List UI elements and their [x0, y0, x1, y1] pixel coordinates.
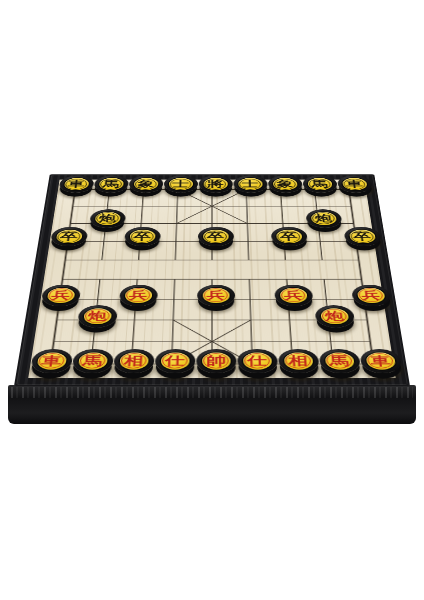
piece-glyph: 仕 — [247, 355, 267, 367]
point-8-9[interactable]: 車 — [359, 355, 404, 378]
piece-face: 卒 — [203, 230, 228, 244]
piece-glyph: 帥 — [206, 355, 226, 367]
piece-face: 車 — [342, 178, 368, 190]
point-6-3[interactable]: 卒 — [270, 232, 308, 251]
piece-black-advisor[interactable]: 士 — [163, 175, 197, 192]
piece-black-soldier[interactable]: 卒 — [197, 227, 233, 246]
piece-glyph: 車 — [345, 180, 363, 188]
piece-black-elephant[interactable]: 象 — [267, 175, 302, 192]
point-0-6[interactable]: 兵 — [39, 290, 81, 311]
piece-glyph: 炮 — [314, 214, 332, 223]
piece-black-soldier[interactable]: 卒 — [123, 227, 160, 246]
piece-face: 炮 — [320, 308, 349, 324]
piece-face: 卒 — [349, 230, 376, 244]
piece-face: 炮 — [83, 308, 112, 324]
piece-glyph: 將 — [207, 180, 224, 188]
piece-face: 炮 — [94, 212, 120, 225]
point-4-3[interactable]: 卒 — [197, 232, 234, 251]
piece-black-elephant[interactable]: 象 — [128, 175, 163, 192]
piece-glyph: 象 — [137, 180, 154, 188]
piece-red-general[interactable]: 帥 — [196, 349, 237, 373]
piece-face: 兵 — [356, 288, 385, 303]
point-4-9[interactable]: 帥 — [195, 355, 237, 378]
point-1-0[interactable]: 馬 — [92, 180, 129, 197]
piece-black-soldier[interactable]: 卒 — [49, 227, 87, 246]
piece-face: 象 — [272, 178, 297, 190]
piece-face: 兵 — [124, 288, 152, 303]
point-6-0[interactable]: 象 — [267, 180, 303, 197]
piece-red-horse[interactable]: 馬 — [71, 349, 114, 373]
base-meander-carving — [11, 387, 413, 398]
piece-glyph: 卒 — [280, 232, 298, 241]
piece-face: 相 — [119, 352, 149, 369]
piece-face: 帥 — [202, 352, 231, 369]
piece-face: 兵 — [279, 288, 307, 303]
piece-glyph: 相 — [288, 355, 308, 367]
point-7-2[interactable]: 炮 — [305, 214, 343, 232]
piece-glyph: 馬 — [311, 180, 328, 188]
point-0-0[interactable]: 車 — [57, 180, 94, 197]
piece-face: 卒 — [55, 230, 82, 244]
point-0-3[interactable]: 卒 — [48, 232, 87, 251]
piece-glyph: 車 — [67, 180, 85, 188]
xiangqi-board[interactable]: 車馬象士將士象馬車炮炮卒卒卒卒卒兵兵兵兵兵炮炮車馬相仕帥仕相馬車 — [14, 174, 410, 386]
piece-face: 炮 — [310, 212, 336, 225]
point-6-9[interactable]: 相 — [277, 355, 320, 378]
piece-glyph: 兵 — [51, 290, 71, 300]
piece-glyph: 卒 — [207, 232, 225, 241]
piece-glyph: 炮 — [98, 214, 116, 223]
piece-glyph: 馬 — [82, 355, 103, 367]
piece-black-cannon[interactable]: 炮 — [305, 209, 342, 228]
point-4-6[interactable]: 兵 — [196, 290, 235, 311]
piece-face: 卒 — [276, 230, 302, 244]
piece-face: 馬 — [307, 178, 332, 190]
product-photo-scene: 車馬象士將士象馬車炮炮卒卒卒卒卒兵兵兵兵兵炮炮車馬相仕帥仕相馬車 — [0, 0, 424, 600]
point-1-7[interactable]: 炮 — [76, 310, 118, 332]
piece-red-cannon[interactable]: 炮 — [77, 305, 118, 327]
piece-face: 兵 — [202, 288, 229, 303]
piece-black-chariot[interactable]: 車 — [336, 175, 372, 192]
piece-face: 士 — [238, 178, 262, 190]
piece-black-advisor[interactable]: 士 — [233, 175, 268, 192]
piece-glyph: 馬 — [102, 180, 119, 188]
piece-red-horse[interactable]: 馬 — [318, 349, 361, 373]
point-2-0[interactable]: 象 — [127, 180, 163, 197]
point-8-0[interactable]: 車 — [336, 180, 373, 197]
piece-black-cannon[interactable]: 炮 — [89, 209, 126, 228]
point-8-6[interactable]: 兵 — [351, 290, 393, 311]
piece-glyph: 卒 — [353, 232, 372, 241]
piece-face: 將 — [203, 178, 227, 190]
piece-black-chariot[interactable]: 車 — [58, 175, 94, 192]
point-7-7[interactable]: 炮 — [314, 310, 356, 332]
piece-glyph: 車 — [41, 355, 62, 367]
piece-black-general[interactable]: 將 — [198, 175, 232, 192]
point-3-9[interactable]: 仕 — [153, 355, 195, 378]
point-3-0[interactable]: 士 — [163, 180, 198, 197]
piece-glyph: 炮 — [324, 311, 344, 322]
point-1-2[interactable]: 炮 — [88, 214, 126, 232]
piece-face: 車 — [36, 352, 67, 369]
point-2-3[interactable]: 卒 — [123, 232, 161, 251]
point-5-0[interactable]: 士 — [233, 180, 269, 197]
piece-glyph: 車 — [370, 355, 391, 367]
point-4-0[interactable]: 將 — [198, 180, 233, 197]
piece-glyph: 馬 — [329, 355, 350, 367]
piece-face: 馬 — [324, 352, 354, 369]
piece-glyph: 兵 — [129, 290, 148, 300]
piece-face: 士 — [168, 178, 192, 190]
piece-red-soldier[interactable]: 兵 — [40, 285, 81, 306]
piece-glyph: 仕 — [165, 355, 185, 367]
piece-glyph: 炮 — [87, 311, 107, 322]
piece-red-elephant[interactable]: 相 — [113, 349, 155, 373]
piece-face: 卒 — [129, 230, 155, 244]
piece-red-elephant[interactable]: 相 — [277, 349, 319, 373]
piece-glyph: 卒 — [133, 232, 151, 241]
piece-black-soldier[interactable]: 卒 — [270, 227, 307, 246]
point-6-6[interactable]: 兵 — [273, 290, 313, 311]
piece-glyph: 相 — [124, 355, 144, 367]
piece-face: 馬 — [98, 178, 123, 190]
pieces-layer: 車馬象士將士象馬車炮炮卒卒卒卒卒兵兵兵兵兵炮炮車馬相仕帥仕相馬車 — [28, 180, 395, 378]
piece-red-soldier[interactable]: 兵 — [274, 285, 313, 306]
piece-glyph: 卒 — [60, 232, 79, 241]
point-5-9[interactable]: 仕 — [236, 355, 278, 378]
piece-face: 兵 — [46, 288, 75, 303]
piece-glyph: 士 — [242, 180, 259, 188]
piece-glyph: 兵 — [361, 290, 381, 300]
point-8-3[interactable]: 卒 — [343, 232, 383, 251]
piece-face: 仕 — [243, 352, 272, 369]
point-2-9[interactable]: 相 — [112, 355, 155, 378]
piece-black-horse[interactable]: 馬 — [93, 175, 129, 192]
piece-glyph: 兵 — [284, 290, 303, 300]
piece-face: 象 — [133, 178, 158, 190]
piece-glyph: 士 — [172, 180, 189, 188]
point-1-9[interactable]: 馬 — [70, 355, 114, 378]
piece-black-horse[interactable]: 馬 — [302, 175, 338, 192]
piece-face: 馬 — [77, 352, 107, 369]
point-0-9[interactable]: 車 — [28, 355, 73, 378]
piece-glyph: 兵 — [206, 290, 225, 300]
board-case-base — [8, 385, 416, 424]
piece-face: 相 — [283, 352, 313, 369]
piece-red-cannon[interactable]: 炮 — [314, 305, 355, 327]
piece-red-advisor[interactable]: 仕 — [154, 349, 195, 373]
piece-face: 車 — [63, 178, 89, 190]
board-surface[interactable]: 車馬象士將士象馬車炮炮卒卒卒卒卒兵兵兵兵兵炮炮車馬相仕帥仕相馬車 — [28, 180, 395, 378]
point-7-0[interactable]: 馬 — [302, 180, 339, 197]
point-7-9[interactable]: 馬 — [318, 355, 362, 378]
piece-red-soldier[interactable]: 兵 — [197, 285, 235, 306]
piece-glyph: 象 — [276, 180, 293, 188]
piece-red-advisor[interactable]: 仕 — [237, 349, 278, 373]
piece-red-chariot[interactable]: 車 — [30, 349, 74, 373]
piece-face: 仕 — [160, 352, 189, 369]
piece-red-soldier[interactable]: 兵 — [118, 285, 157, 306]
point-2-6[interactable]: 兵 — [118, 290, 158, 311]
piece-face: 車 — [365, 352, 396, 369]
